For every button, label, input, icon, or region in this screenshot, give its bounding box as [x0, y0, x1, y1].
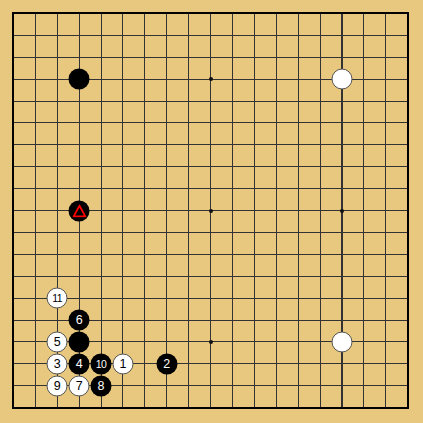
intersection[interactable] [112, 68, 134, 90]
intersection[interactable] [3, 178, 25, 200]
intersection[interactable] [156, 3, 178, 25]
intersection[interactable] [243, 243, 265, 265]
intersection[interactable] [287, 353, 309, 375]
intersection[interactable] [287, 331, 309, 353]
intersection[interactable] [375, 243, 397, 265]
intersection[interactable] [353, 3, 375, 25]
intersection[interactable] [287, 68, 309, 90]
intersection[interactable] [24, 309, 46, 331]
intersection[interactable] [3, 265, 25, 287]
intersection[interactable] [287, 287, 309, 309]
intersection[interactable] [375, 134, 397, 156]
intersection[interactable] [68, 178, 90, 200]
intersection[interactable] [90, 24, 112, 46]
intersection[interactable]: 1 [112, 353, 134, 375]
intersection[interactable] [200, 265, 222, 287]
intersection[interactable] [24, 134, 46, 156]
intersection[interactable] [265, 46, 287, 68]
intersection[interactable] [397, 90, 419, 112]
intersection[interactable] [353, 200, 375, 222]
intersection[interactable] [287, 112, 309, 134]
intersection[interactable] [221, 134, 243, 156]
intersection[interactable] [331, 353, 353, 375]
intersection[interactable] [3, 3, 25, 25]
intersection[interactable] [112, 331, 134, 353]
intersection[interactable] [134, 309, 156, 331]
intersection[interactable] [265, 309, 287, 331]
intersection[interactable] [221, 3, 243, 25]
intersection[interactable] [265, 3, 287, 25]
intersection[interactable] [331, 265, 353, 287]
intersection[interactable] [221, 397, 243, 419]
black-stone-move-8[interactable]: 8 [91, 375, 112, 396]
intersection[interactable] [331, 287, 353, 309]
intersection[interactable] [221, 200, 243, 222]
intersection[interactable] [68, 200, 90, 222]
intersection[interactable] [90, 112, 112, 134]
intersection[interactable] [156, 397, 178, 419]
intersection[interactable] [309, 353, 331, 375]
intersection[interactable] [112, 375, 134, 397]
intersection[interactable] [243, 90, 265, 112]
intersection[interactable] [46, 397, 68, 419]
intersection[interactable] [90, 68, 112, 90]
intersection[interactable] [156, 68, 178, 90]
black-stone-marked[interactable] [69, 200, 90, 221]
intersection[interactable] [375, 353, 397, 375]
intersection[interactable] [309, 331, 331, 353]
intersection[interactable] [156, 90, 178, 112]
intersection[interactable] [309, 375, 331, 397]
intersection[interactable] [331, 331, 353, 353]
intersection[interactable] [3, 156, 25, 178]
intersection[interactable] [331, 90, 353, 112]
intersection[interactable] [90, 178, 112, 200]
black-stone-move-2[interactable]: 2 [156, 353, 177, 374]
intersection[interactable] [353, 156, 375, 178]
intersection[interactable] [134, 156, 156, 178]
intersection[interactable] [243, 46, 265, 68]
intersection[interactable] [24, 375, 46, 397]
intersection[interactable] [134, 134, 156, 156]
intersection[interactable] [243, 397, 265, 419]
intersection[interactable] [46, 90, 68, 112]
intersection[interactable] [178, 265, 200, 287]
intersection[interactable] [156, 375, 178, 397]
intersection[interactable] [178, 178, 200, 200]
intersection[interactable] [24, 331, 46, 353]
intersection[interactable] [397, 265, 419, 287]
intersection[interactable] [178, 112, 200, 134]
intersection[interactable] [397, 3, 419, 25]
intersection[interactable] [331, 397, 353, 419]
intersection[interactable] [375, 331, 397, 353]
intersection[interactable] [178, 24, 200, 46]
intersection[interactable] [265, 156, 287, 178]
intersection[interactable] [397, 156, 419, 178]
intersection[interactable] [265, 287, 287, 309]
intersection[interactable] [200, 287, 222, 309]
intersection[interactable] [331, 46, 353, 68]
intersection[interactable] [90, 46, 112, 68]
intersection[interactable] [243, 134, 265, 156]
intersection[interactable] [331, 24, 353, 46]
intersection[interactable] [156, 243, 178, 265]
intersection[interactable] [287, 46, 309, 68]
intersection[interactable] [309, 178, 331, 200]
intersection[interactable] [68, 331, 90, 353]
intersection[interactable] [265, 134, 287, 156]
white-stone-move-1[interactable]: 1 [112, 353, 133, 374]
intersection[interactable] [3, 221, 25, 243]
intersection[interactable] [24, 68, 46, 90]
intersection[interactable] [134, 221, 156, 243]
intersection[interactable] [46, 24, 68, 46]
intersection[interactable]: 6 [68, 309, 90, 331]
intersection[interactable] [134, 90, 156, 112]
intersection[interactable] [46, 178, 68, 200]
intersection[interactable] [353, 243, 375, 265]
intersection[interactable] [112, 221, 134, 243]
intersection[interactable] [200, 309, 222, 331]
intersection[interactable] [287, 178, 309, 200]
white-stone-move-5[interactable]: 5 [47, 331, 68, 352]
intersection[interactable] [265, 112, 287, 134]
white-stone-move-3[interactable]: 3 [47, 353, 68, 374]
intersection[interactable] [24, 397, 46, 419]
intersection[interactable] [68, 3, 90, 25]
intersection[interactable] [397, 375, 419, 397]
intersection[interactable] [24, 156, 46, 178]
intersection[interactable] [309, 112, 331, 134]
intersection[interactable] [221, 24, 243, 46]
intersection[interactable] [3, 375, 25, 397]
intersection[interactable] [46, 112, 68, 134]
intersection[interactable]: 3 [46, 353, 68, 375]
intersection[interactable] [24, 178, 46, 200]
intersection[interactable] [353, 309, 375, 331]
intersection[interactable] [221, 156, 243, 178]
white-stone-move-9[interactable]: 9 [47, 375, 68, 396]
intersection[interactable] [397, 112, 419, 134]
intersection[interactable] [287, 200, 309, 222]
intersection[interactable] [353, 287, 375, 309]
intersection[interactable] [287, 243, 309, 265]
intersection[interactable] [3, 353, 25, 375]
intersection[interactable]: 5 [46, 331, 68, 353]
intersection[interactable] [3, 24, 25, 46]
intersection[interactable] [90, 156, 112, 178]
intersection[interactable]: 9 [46, 375, 68, 397]
intersection[interactable] [353, 397, 375, 419]
intersection[interactable] [24, 3, 46, 25]
intersection[interactable] [200, 90, 222, 112]
white-stone[interactable] [331, 69, 352, 90]
intersection[interactable] [156, 156, 178, 178]
intersection[interactable] [200, 24, 222, 46]
intersection[interactable] [309, 200, 331, 222]
intersection[interactable] [3, 331, 25, 353]
intersection[interactable] [3, 397, 25, 419]
intersection[interactable] [68, 90, 90, 112]
intersection[interactable] [178, 309, 200, 331]
intersection[interactable] [331, 375, 353, 397]
intersection[interactable] [200, 221, 222, 243]
intersection[interactable] [134, 265, 156, 287]
intersection[interactable] [90, 309, 112, 331]
intersection[interactable]: 8 [90, 375, 112, 397]
intersection[interactable]: 7 [68, 375, 90, 397]
intersection[interactable] [309, 68, 331, 90]
intersection[interactable] [200, 178, 222, 200]
intersection[interactable] [353, 90, 375, 112]
intersection[interactable] [3, 112, 25, 134]
intersection[interactable] [353, 112, 375, 134]
intersection[interactable] [265, 375, 287, 397]
intersection[interactable] [134, 178, 156, 200]
intersection[interactable] [24, 90, 46, 112]
intersection[interactable] [178, 156, 200, 178]
intersection[interactable] [397, 46, 419, 68]
intersection[interactable] [46, 68, 68, 90]
black-stone-move-4[interactable]: 4 [69, 353, 90, 374]
intersection[interactable] [243, 156, 265, 178]
intersection[interactable] [134, 375, 156, 397]
intersection[interactable] [265, 221, 287, 243]
intersection[interactable] [90, 90, 112, 112]
intersection[interactable] [178, 397, 200, 419]
intersection[interactable] [397, 68, 419, 90]
intersection[interactable] [353, 221, 375, 243]
intersection[interactable] [375, 221, 397, 243]
intersection[interactable] [243, 3, 265, 25]
intersection[interactable] [134, 353, 156, 375]
intersection[interactable] [3, 90, 25, 112]
intersection[interactable] [221, 178, 243, 200]
white-stone-move-7[interactable]: 7 [69, 375, 90, 396]
intersection[interactable] [24, 46, 46, 68]
intersection[interactable] [112, 112, 134, 134]
intersection[interactable] [68, 68, 90, 90]
intersection[interactable] [331, 156, 353, 178]
intersection[interactable] [68, 134, 90, 156]
intersection[interactable] [156, 46, 178, 68]
intersection[interactable] [178, 200, 200, 222]
intersection[interactable] [397, 287, 419, 309]
intersection[interactable] [243, 375, 265, 397]
intersection[interactable] [68, 156, 90, 178]
intersection[interactable] [221, 90, 243, 112]
intersection[interactable] [112, 134, 134, 156]
intersection[interactable] [397, 243, 419, 265]
intersection[interactable] [112, 156, 134, 178]
white-stone-move-11[interactable]: 11 [47, 288, 68, 309]
intersection[interactable] [134, 243, 156, 265]
intersection[interactable] [243, 287, 265, 309]
intersection[interactable] [46, 221, 68, 243]
intersection[interactable] [68, 397, 90, 419]
intersection[interactable] [287, 24, 309, 46]
intersection[interactable] [331, 221, 353, 243]
intersection[interactable] [375, 309, 397, 331]
intersection[interactable] [178, 46, 200, 68]
intersection[interactable] [24, 287, 46, 309]
intersection[interactable] [265, 24, 287, 46]
intersection[interactable] [112, 24, 134, 46]
intersection[interactable] [200, 134, 222, 156]
intersection[interactable] [221, 331, 243, 353]
intersection[interactable] [287, 221, 309, 243]
intersection[interactable] [156, 134, 178, 156]
intersection[interactable] [156, 265, 178, 287]
intersection[interactable] [134, 287, 156, 309]
intersection[interactable] [68, 24, 90, 46]
intersection[interactable] [178, 287, 200, 309]
intersection[interactable] [112, 309, 134, 331]
intersection[interactable] [309, 397, 331, 419]
intersection[interactable] [134, 46, 156, 68]
intersection[interactable] [331, 309, 353, 331]
intersection[interactable] [200, 112, 222, 134]
intersection[interactable] [397, 331, 419, 353]
intersection[interactable] [353, 134, 375, 156]
intersection[interactable] [134, 112, 156, 134]
intersection[interactable] [287, 309, 309, 331]
intersection[interactable] [156, 309, 178, 331]
intersection[interactable] [309, 90, 331, 112]
intersection[interactable] [353, 24, 375, 46]
intersection[interactable] [309, 309, 331, 331]
intersection[interactable] [221, 353, 243, 375]
intersection[interactable] [221, 112, 243, 134]
intersection[interactable] [24, 243, 46, 265]
intersection[interactable] [68, 46, 90, 68]
intersection[interactable] [221, 309, 243, 331]
intersection[interactable] [287, 90, 309, 112]
intersection[interactable] [375, 24, 397, 46]
intersection[interactable] [90, 397, 112, 419]
intersection[interactable] [112, 265, 134, 287]
intersection[interactable] [221, 221, 243, 243]
intersection[interactable]: 11 [46, 287, 68, 309]
intersection[interactable] [397, 178, 419, 200]
intersection[interactable] [68, 243, 90, 265]
intersection[interactable] [353, 178, 375, 200]
intersection[interactable] [265, 265, 287, 287]
intersection[interactable] [134, 68, 156, 90]
intersection[interactable] [24, 265, 46, 287]
intersection[interactable] [331, 112, 353, 134]
intersection[interactable] [134, 24, 156, 46]
intersection[interactable] [287, 397, 309, 419]
intersection[interactable] [353, 46, 375, 68]
intersection[interactable] [331, 243, 353, 265]
intersection[interactable] [200, 3, 222, 25]
intersection[interactable] [287, 134, 309, 156]
intersection[interactable] [243, 178, 265, 200]
intersection[interactable] [375, 46, 397, 68]
intersection[interactable] [178, 134, 200, 156]
intersection[interactable] [46, 309, 68, 331]
intersection[interactable] [221, 287, 243, 309]
intersection[interactable] [331, 178, 353, 200]
black-stone[interactable] [69, 331, 90, 352]
intersection[interactable] [90, 200, 112, 222]
intersection[interactable] [353, 353, 375, 375]
intersection[interactable] [178, 221, 200, 243]
black-stone-move-6[interactable]: 6 [69, 309, 90, 330]
intersection[interactable] [200, 375, 222, 397]
intersection[interactable] [353, 331, 375, 353]
intersection[interactable] [24, 200, 46, 222]
intersection[interactable] [375, 3, 397, 25]
intersection[interactable] [397, 309, 419, 331]
intersection[interactable] [287, 156, 309, 178]
intersection[interactable] [134, 331, 156, 353]
intersection[interactable] [309, 287, 331, 309]
intersection[interactable] [265, 90, 287, 112]
intersection[interactable] [68, 221, 90, 243]
intersection[interactable] [46, 200, 68, 222]
intersection[interactable] [397, 134, 419, 156]
intersection[interactable] [178, 3, 200, 25]
intersection[interactable] [309, 156, 331, 178]
intersection[interactable] [331, 134, 353, 156]
intersection[interactable] [3, 243, 25, 265]
intersection[interactable] [287, 265, 309, 287]
intersection[interactable] [309, 134, 331, 156]
intersection[interactable] [375, 156, 397, 178]
intersection[interactable] [331, 68, 353, 90]
intersection[interactable] [397, 200, 419, 222]
intersection[interactable] [353, 265, 375, 287]
intersection[interactable] [46, 134, 68, 156]
intersection[interactable] [243, 309, 265, 331]
intersection[interactable] [3, 287, 25, 309]
intersection[interactable] [46, 243, 68, 265]
intersection[interactable] [309, 46, 331, 68]
intersection[interactable] [221, 243, 243, 265]
intersection[interactable]: 10 [90, 353, 112, 375]
intersection[interactable] [200, 353, 222, 375]
intersection[interactable] [156, 200, 178, 222]
intersection[interactable] [90, 243, 112, 265]
intersection[interactable] [200, 46, 222, 68]
intersection[interactable] [156, 331, 178, 353]
intersection[interactable] [178, 243, 200, 265]
intersection[interactable] [265, 68, 287, 90]
intersection[interactable] [24, 221, 46, 243]
intersection[interactable] [265, 353, 287, 375]
intersection[interactable] [24, 112, 46, 134]
intersection[interactable] [375, 397, 397, 419]
intersection[interactable] [200, 243, 222, 265]
intersection[interactable] [90, 287, 112, 309]
intersection[interactable] [353, 68, 375, 90]
intersection[interactable] [156, 221, 178, 243]
intersection[interactable] [46, 3, 68, 25]
intersection[interactable] [265, 200, 287, 222]
intersection[interactable] [112, 287, 134, 309]
intersection[interactable] [24, 353, 46, 375]
intersection[interactable] [112, 3, 134, 25]
intersection[interactable] [156, 178, 178, 200]
intersection[interactable] [221, 375, 243, 397]
intersection[interactable] [397, 353, 419, 375]
intersection[interactable] [46, 46, 68, 68]
intersection[interactable] [68, 287, 90, 309]
intersection[interactable] [3, 46, 25, 68]
